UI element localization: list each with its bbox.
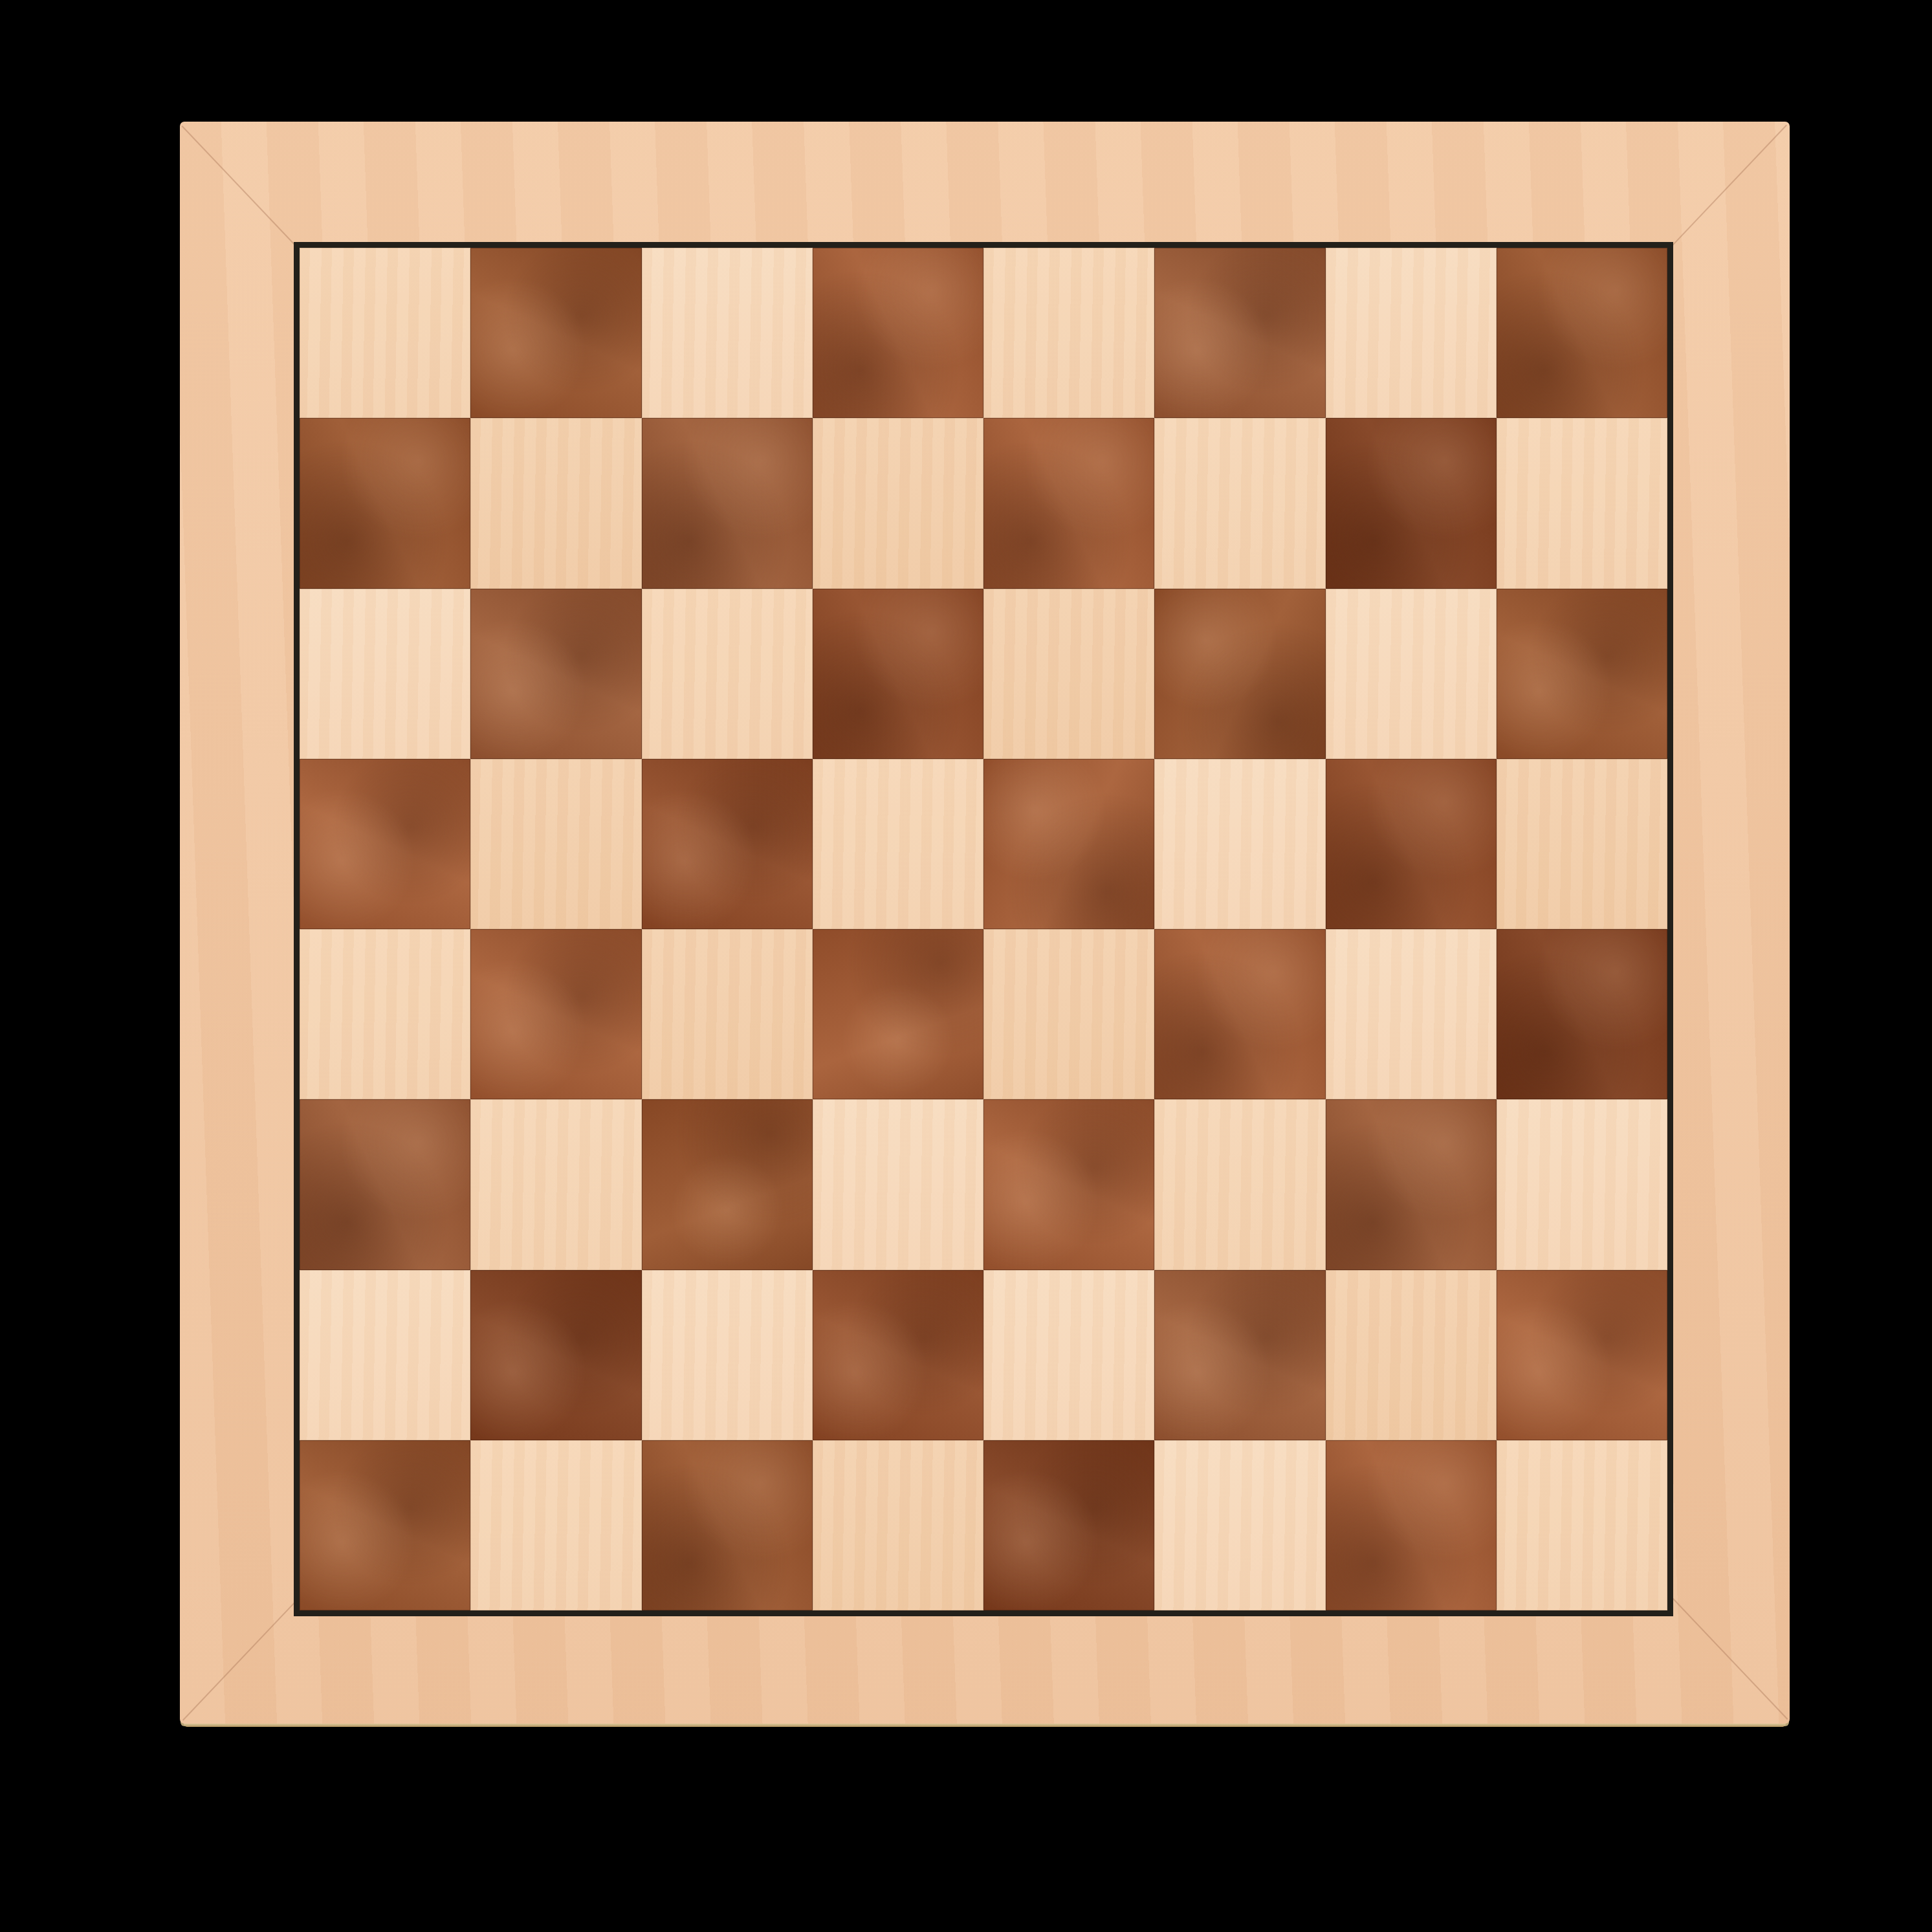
square-h2[interactable] xyxy=(1497,1270,1667,1440)
square-e8[interactable] xyxy=(983,248,1154,418)
square-f5[interactable] xyxy=(1154,759,1325,929)
frame-mitre-seam-top-left xyxy=(182,126,300,249)
square-d2[interactable] xyxy=(813,1270,983,1440)
square-g2[interactable] xyxy=(1326,1270,1497,1440)
square-h8[interactable] xyxy=(1497,248,1667,418)
square-c8[interactable] xyxy=(642,248,813,418)
square-e4[interactable] xyxy=(983,929,1154,1099)
chessboard xyxy=(180,122,1790,1724)
square-c7[interactable] xyxy=(642,418,813,588)
square-f8[interactable] xyxy=(1154,248,1325,418)
frame-mitre-seam-top-right xyxy=(1669,125,1787,248)
frame-mitre-seam-bottom-left xyxy=(182,1597,300,1720)
square-f3[interactable] xyxy=(1154,1099,1325,1269)
square-b6[interactable] xyxy=(470,589,641,759)
square-d1[interactable] xyxy=(813,1440,983,1610)
square-a3[interactable] xyxy=(300,1099,470,1269)
board-grid xyxy=(300,248,1667,1610)
square-d6[interactable] xyxy=(813,589,983,759)
square-d3[interactable] xyxy=(813,1099,983,1269)
square-d5[interactable] xyxy=(813,759,983,929)
square-c3[interactable] xyxy=(642,1099,813,1269)
square-e7[interactable] xyxy=(983,418,1154,588)
square-e3[interactable] xyxy=(983,1099,1154,1269)
square-a5[interactable] xyxy=(300,759,470,929)
square-b7[interactable] xyxy=(470,418,641,588)
square-e2[interactable] xyxy=(983,1270,1154,1440)
square-h7[interactable] xyxy=(1497,418,1667,588)
square-f6[interactable] xyxy=(1154,589,1325,759)
square-c2[interactable] xyxy=(642,1270,813,1440)
square-c1[interactable] xyxy=(642,1440,813,1610)
square-b2[interactable] xyxy=(470,1270,641,1440)
square-c4[interactable] xyxy=(642,929,813,1099)
square-b8[interactable] xyxy=(470,248,641,418)
square-g7[interactable] xyxy=(1326,418,1497,588)
square-b1[interactable] xyxy=(470,1440,641,1610)
square-d8[interactable] xyxy=(813,248,983,418)
square-b5[interactable] xyxy=(470,759,641,929)
square-a6[interactable] xyxy=(300,589,470,759)
square-h3[interactable] xyxy=(1497,1099,1667,1269)
square-c6[interactable] xyxy=(642,589,813,759)
square-g5[interactable] xyxy=(1326,759,1497,929)
square-e6[interactable] xyxy=(983,589,1154,759)
square-a4[interactable] xyxy=(300,929,470,1099)
square-h4[interactable] xyxy=(1497,929,1667,1099)
square-g4[interactable] xyxy=(1326,929,1497,1099)
square-f7[interactable] xyxy=(1154,418,1325,588)
square-g3[interactable] xyxy=(1326,1099,1497,1269)
square-h6[interactable] xyxy=(1497,589,1667,759)
square-g1[interactable] xyxy=(1326,1440,1497,1610)
square-f4[interactable] xyxy=(1154,929,1325,1099)
square-d7[interactable] xyxy=(813,418,983,588)
square-a2[interactable] xyxy=(300,1270,470,1440)
square-a1[interactable] xyxy=(300,1440,470,1610)
square-b3[interactable] xyxy=(470,1099,641,1269)
square-a8[interactable] xyxy=(300,248,470,418)
square-e5[interactable] xyxy=(983,759,1154,929)
square-g8[interactable] xyxy=(1326,248,1497,418)
square-g6[interactable] xyxy=(1326,589,1497,759)
square-h1[interactable] xyxy=(1497,1440,1667,1610)
square-h5[interactable] xyxy=(1497,759,1667,929)
frame-mitre-seam-bottom-right xyxy=(1671,1596,1788,1720)
square-e1[interactable] xyxy=(983,1440,1154,1610)
square-a7[interactable] xyxy=(300,418,470,588)
playing-field xyxy=(294,242,1673,1616)
square-f1[interactable] xyxy=(1154,1440,1325,1610)
square-b4[interactable] xyxy=(470,929,641,1099)
square-c5[interactable] xyxy=(642,759,813,929)
square-f2[interactable] xyxy=(1154,1270,1325,1440)
board-bottom-edge xyxy=(184,1724,1786,1727)
square-d4[interactable] xyxy=(813,929,983,1099)
